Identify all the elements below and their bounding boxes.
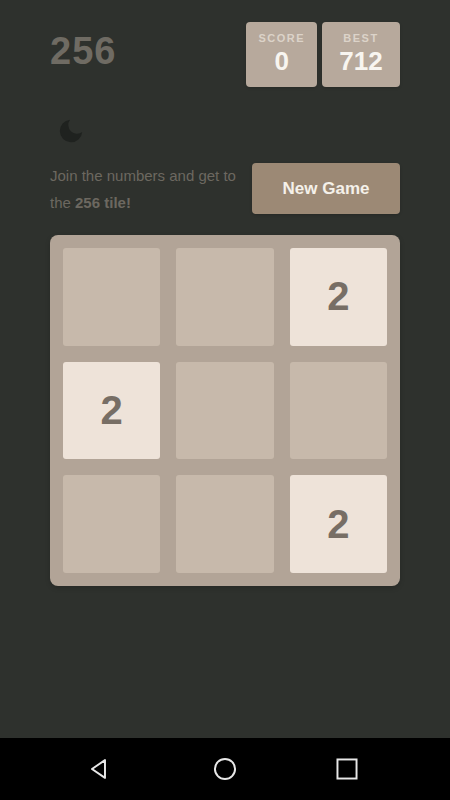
- nav-recents-button[interactable]: [334, 756, 360, 782]
- empty-cell: [176, 362, 273, 460]
- new-game-button[interactable]: New Game: [252, 163, 400, 214]
- empty-cell: [63, 475, 160, 573]
- score-label: SCORE: [258, 32, 305, 44]
- back-triangle-icon: [87, 756, 113, 782]
- empty-cell: [290, 362, 387, 460]
- tile-2: 2: [290, 475, 387, 573]
- empty-cell: [63, 248, 160, 346]
- app-title: 256: [50, 30, 116, 73]
- intro-text-bold: 256 tile!: [75, 194, 131, 211]
- intro-text: Join the numbers and get to the 256 tile…: [50, 162, 250, 216]
- dark-theme-toggle[interactable]: [56, 115, 88, 147]
- game-board[interactable]: 222: [50, 235, 400, 586]
- tile-2: 2: [290, 248, 387, 346]
- best-label: BEST: [334, 32, 388, 44]
- recents-square-icon: [334, 756, 360, 782]
- tile-2: 2: [63, 362, 160, 460]
- best-box: BEST 712: [322, 22, 400, 87]
- score-value: 0: [258, 47, 305, 76]
- nav-back-button[interactable]: [87, 756, 113, 782]
- moon-icon: [56, 116, 88, 146]
- empty-cell: [176, 475, 273, 573]
- score-panel: SCORE 0 BEST 712: [246, 22, 400, 87]
- nav-home-button[interactable]: [212, 756, 238, 782]
- home-circle-icon: [212, 756, 238, 782]
- app-screen: 256 SCORE 0 BEST 712 Join the numbers an…: [0, 0, 450, 800]
- score-box: SCORE 0: [246, 22, 317, 87]
- android-navbar: [0, 738, 450, 800]
- empty-cell: [176, 248, 273, 346]
- best-value: 712: [334, 47, 388, 76]
